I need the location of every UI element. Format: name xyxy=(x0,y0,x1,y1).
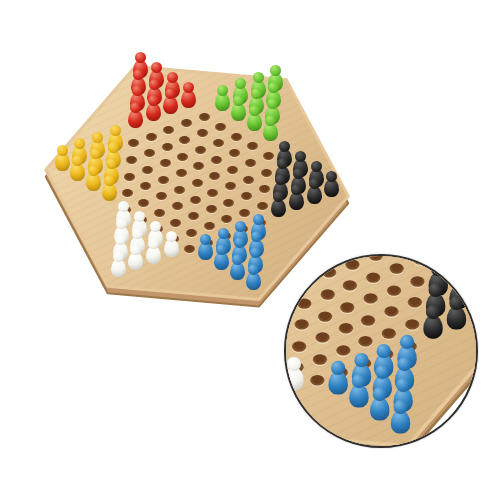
peg-head xyxy=(234,237,245,248)
peg-head xyxy=(57,145,68,156)
board-hole xyxy=(138,199,149,207)
peg-head xyxy=(148,95,159,106)
peg-black xyxy=(306,178,322,206)
peg-head xyxy=(149,79,160,90)
board-hole xyxy=(142,166,153,174)
board-hole xyxy=(158,176,169,184)
board-hole xyxy=(174,186,185,194)
peg-head xyxy=(372,387,386,401)
peg-blue xyxy=(348,374,369,410)
peg-blue xyxy=(197,234,213,262)
board-hole xyxy=(190,196,201,204)
board-hole xyxy=(188,212,199,220)
board-hole xyxy=(387,285,401,295)
board-hole xyxy=(162,143,173,151)
board-hole xyxy=(154,209,165,217)
board-hole xyxy=(126,156,137,164)
peg-head xyxy=(295,151,306,162)
board-hole xyxy=(317,311,331,321)
peg-head xyxy=(395,378,409,392)
board-hole xyxy=(215,123,226,131)
peg-head xyxy=(232,254,243,265)
board-hole xyxy=(366,272,380,282)
peg-head xyxy=(148,238,159,249)
board-hole xyxy=(313,354,327,364)
peg-yellow xyxy=(70,155,86,183)
peg-head xyxy=(132,85,143,96)
peg-head xyxy=(273,191,284,202)
peg-body xyxy=(163,96,178,114)
board-hole xyxy=(177,153,188,161)
peg-head xyxy=(251,88,262,99)
peg-head xyxy=(248,264,259,275)
peg-head xyxy=(375,365,389,379)
peg-head xyxy=(293,168,304,179)
peg-blue xyxy=(369,387,390,423)
peg-head xyxy=(287,357,301,371)
magnifier-inset xyxy=(284,254,478,448)
peg-green xyxy=(214,85,230,113)
peg-head xyxy=(216,244,227,255)
peg-white xyxy=(128,244,144,272)
peg-red xyxy=(145,95,161,123)
peg-blue xyxy=(328,361,349,397)
board-hole xyxy=(346,259,360,269)
peg-blue xyxy=(213,244,229,272)
board-hole xyxy=(227,166,238,174)
peg-head xyxy=(183,82,194,93)
peg-yellow xyxy=(54,145,70,173)
peg-head xyxy=(217,85,228,96)
board-hole xyxy=(160,159,171,167)
peg-black xyxy=(423,305,444,341)
board-hole xyxy=(231,133,242,141)
board-hole xyxy=(389,263,403,273)
peg-head xyxy=(110,125,121,136)
peg-white xyxy=(110,251,126,279)
peg-head xyxy=(249,105,260,116)
peg-head xyxy=(108,142,119,153)
peg-head xyxy=(233,95,244,106)
peg-head xyxy=(104,175,115,186)
peg-head xyxy=(267,98,278,109)
board-hole xyxy=(192,179,203,187)
peg-head xyxy=(331,361,345,375)
peg-head xyxy=(250,247,261,258)
board-hole xyxy=(297,298,311,308)
board-hole xyxy=(410,276,424,286)
peg-green xyxy=(230,95,246,123)
peg-red xyxy=(181,82,197,110)
peg-green xyxy=(246,105,262,133)
peg-head xyxy=(277,158,288,169)
board-hole xyxy=(124,173,135,181)
peg-red xyxy=(163,88,179,116)
peg-blue xyxy=(245,264,261,292)
peg-blue xyxy=(229,254,245,282)
board-hole xyxy=(315,332,329,342)
peg-white xyxy=(164,231,180,259)
peg-head xyxy=(115,234,126,245)
peg-black xyxy=(446,296,467,332)
peg-blue xyxy=(390,400,411,436)
peg-black xyxy=(288,184,304,212)
board-hole xyxy=(176,169,187,177)
peg-head xyxy=(113,251,124,262)
peg-head xyxy=(253,72,264,83)
peg-white xyxy=(146,238,162,266)
chinese-checkers-board xyxy=(284,254,478,448)
board-hole xyxy=(239,209,250,217)
peg-black xyxy=(324,171,340,199)
board-hole xyxy=(199,113,210,121)
board-hole xyxy=(245,159,256,167)
peg-black xyxy=(271,191,287,219)
board-hole xyxy=(261,169,272,177)
board-hole xyxy=(146,133,157,141)
peg-head xyxy=(218,228,229,239)
board-hole xyxy=(170,219,181,227)
peg-head xyxy=(311,161,322,172)
board-hole xyxy=(294,319,308,329)
magnified-board-view xyxy=(284,254,478,448)
board-hole xyxy=(320,289,334,299)
board-hole xyxy=(204,222,215,230)
peg-head xyxy=(265,115,276,126)
peg-head xyxy=(426,305,440,319)
peg-head xyxy=(200,234,211,245)
peg-head xyxy=(130,102,141,113)
peg-head xyxy=(92,132,103,143)
board-hole xyxy=(382,328,396,338)
peg-yellow xyxy=(86,165,102,193)
board-hole xyxy=(211,156,222,164)
peg-yellow xyxy=(102,175,118,203)
product-photo-scene xyxy=(0,0,500,500)
peg-head xyxy=(354,352,368,366)
board-hole xyxy=(186,229,197,237)
peg-head xyxy=(279,141,290,152)
peg-head xyxy=(166,231,177,242)
peg-head xyxy=(393,400,407,414)
board-hole xyxy=(336,345,350,355)
peg-red xyxy=(127,102,143,130)
peg-head xyxy=(352,374,366,388)
board-hole xyxy=(243,176,254,184)
peg-head xyxy=(309,178,320,189)
peg-green xyxy=(262,115,278,143)
board-hole xyxy=(292,341,306,351)
